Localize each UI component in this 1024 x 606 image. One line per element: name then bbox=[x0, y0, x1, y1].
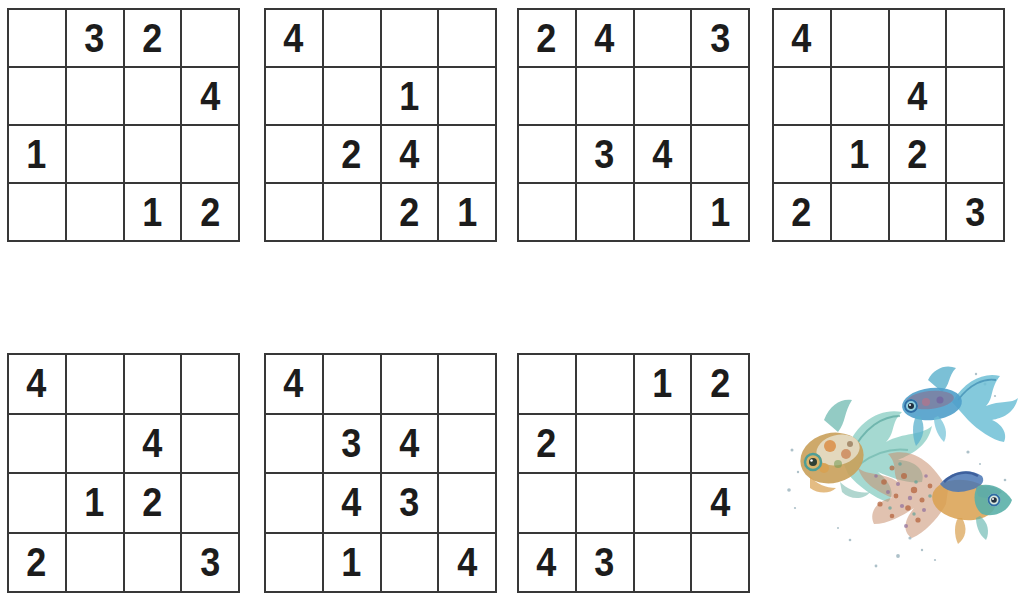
puzzle-4-cell-r1c1[interactable]: 4 bbox=[774, 10, 830, 66]
puzzle-2-cell-r1c4[interactable] bbox=[439, 10, 495, 66]
puzzle-5-cell-r4c2[interactable] bbox=[67, 534, 123, 592]
given-digit: 2 bbox=[342, 134, 362, 175]
given-digit: 4 bbox=[710, 482, 730, 523]
puzzle-7-cell-r2c1[interactable]: 2 bbox=[519, 415, 575, 473]
given-digit: 2 bbox=[200, 192, 220, 233]
puzzle-3-cell-r2c4[interactable] bbox=[692, 68, 748, 124]
puzzle-6-cell-r4c2[interactable]: 1 bbox=[324, 534, 380, 592]
puzzle-1-cell-r2c3[interactable] bbox=[125, 68, 181, 124]
puzzle-5-cell-r1c3[interactable] bbox=[125, 355, 181, 413]
puzzle-1-cell-r4c2[interactable] bbox=[67, 184, 123, 240]
given-digit: 1 bbox=[457, 192, 477, 233]
given-digit: 2 bbox=[142, 18, 162, 59]
puzzle-2-cell-r2c3[interactable]: 1 bbox=[382, 68, 438, 124]
given-digit: 1 bbox=[85, 482, 105, 523]
puzzle-3-cell-r2c2[interactable] bbox=[577, 68, 633, 124]
puzzle-5-cell-r1c2[interactable] bbox=[67, 355, 123, 413]
puzzle-4-cell-r1c3[interactable] bbox=[890, 10, 946, 66]
given-digit: 1 bbox=[399, 76, 419, 117]
given-digit: 2 bbox=[537, 18, 557, 59]
puzzle-6-cell-r2c2[interactable]: 3 bbox=[324, 415, 380, 473]
puzzle-2-cell-r2c1[interactable] bbox=[266, 68, 322, 124]
given-digit: 4 bbox=[907, 76, 927, 117]
puzzle-7-cell-r2c3[interactable] bbox=[635, 415, 691, 473]
puzzle-4-cell-r2c4[interactable] bbox=[947, 68, 1003, 124]
puzzle-3-cell-r3c3[interactable]: 4 bbox=[635, 126, 691, 182]
given-digit: 2 bbox=[907, 134, 927, 175]
given-digit: 2 bbox=[792, 192, 812, 233]
puzzle-2-cell-r4c3[interactable]: 2 bbox=[382, 184, 438, 240]
puzzle-7-cell-r3c4[interactable]: 4 bbox=[692, 474, 748, 532]
puzzle-5-cell-r4c1[interactable]: 2 bbox=[9, 534, 65, 592]
puzzle-5-cell-r2c2[interactable] bbox=[67, 415, 123, 473]
puzzle-4-cell-r4c2[interactable] bbox=[832, 184, 888, 240]
puzzle-3-cell-r1c4[interactable]: 3 bbox=[692, 10, 748, 66]
puzzle-4-cell-r2c2[interactable] bbox=[832, 68, 888, 124]
given-digit: 4 bbox=[284, 363, 304, 404]
sudoku-grid-3: 243341 bbox=[517, 8, 750, 242]
puzzle-3-cell-r3c4[interactable] bbox=[692, 126, 748, 182]
puzzle-5-cell-r1c4[interactable] bbox=[182, 355, 238, 413]
puzzle-3-cell-r1c2[interactable]: 4 bbox=[577, 10, 633, 66]
puzzle-5-cell-r4c3[interactable] bbox=[125, 534, 181, 592]
puzzle-6-cell-r1c4[interactable] bbox=[439, 355, 495, 413]
puzzle-5-cell-r3c2[interactable]: 1 bbox=[67, 474, 123, 532]
given-digit: 1 bbox=[342, 542, 362, 583]
puzzle-5-cell-r2c3[interactable]: 4 bbox=[125, 415, 181, 473]
given-digit: 2 bbox=[142, 482, 162, 523]
puzzle-1-cell-r2c2[interactable] bbox=[67, 68, 123, 124]
given-digit: 2 bbox=[537, 423, 557, 464]
puzzle-3-cell-r4c4[interactable]: 1 bbox=[692, 184, 748, 240]
puzzle-1-cell-r1c2[interactable]: 3 bbox=[67, 10, 123, 66]
puzzle-2-cell-r1c2[interactable] bbox=[324, 10, 380, 66]
given-digit: 3 bbox=[595, 542, 615, 583]
puzzle-5-cell-r3c3[interactable]: 2 bbox=[125, 474, 181, 532]
puzzle-4-cell-r1c2[interactable] bbox=[832, 10, 888, 66]
puzzle-6-cell-r4c4[interactable]: 4 bbox=[439, 534, 495, 592]
puzzle-2-cell-r2c2[interactable] bbox=[324, 68, 380, 124]
puzzle-6-cell-r1c2[interactable] bbox=[324, 355, 380, 413]
puzzle-5-cell-r4c4[interactable]: 3 bbox=[182, 534, 238, 592]
sudoku-grid-7: 122443 bbox=[517, 353, 750, 593]
puzzle-6-cell-r3c1[interactable] bbox=[266, 474, 322, 532]
puzzle-1-cell-r3c4[interactable] bbox=[182, 126, 238, 182]
given-digit: 4 bbox=[284, 18, 304, 59]
given-digit: 1 bbox=[142, 192, 162, 233]
sudoku-grid-5: 441223 bbox=[7, 353, 240, 593]
puzzle-4-cell-r3c1[interactable] bbox=[774, 126, 830, 182]
puzzle-1-cell-r3c2[interactable] bbox=[67, 126, 123, 182]
puzzle-6-cell-r2c1[interactable] bbox=[266, 415, 322, 473]
puzzle-3-cell-r4c1[interactable] bbox=[519, 184, 575, 240]
puzzle-6-cell-r3c3[interactable]: 3 bbox=[382, 474, 438, 532]
given-digit: 4 bbox=[342, 482, 362, 523]
puzzle-1-cell-r2c1[interactable] bbox=[9, 68, 65, 124]
sudoku-grid-2: 412421 bbox=[264, 8, 497, 242]
puzzle-7-cell-r4c4[interactable] bbox=[692, 534, 748, 592]
puzzle-7-cell-r4c3[interactable] bbox=[635, 534, 691, 592]
puzzle-6-cell-r2c4[interactable] bbox=[439, 415, 495, 473]
puzzle-4-cell-r4c3[interactable] bbox=[890, 184, 946, 240]
given-digit: 4 bbox=[399, 423, 419, 464]
fish-illustration bbox=[780, 360, 1020, 594]
puzzle-2-cell-r3c3[interactable]: 4 bbox=[382, 126, 438, 182]
puzzle-7-cell-r4c2[interactable]: 3 bbox=[577, 534, 633, 592]
puzzle-6-cell-r2c3[interactable]: 4 bbox=[382, 415, 438, 473]
puzzle-4-cell-r4c4[interactable]: 3 bbox=[947, 184, 1003, 240]
puzzle-4-cell-r3c3[interactable]: 2 bbox=[890, 126, 946, 182]
puzzle-1-cell-r1c1[interactable] bbox=[9, 10, 65, 66]
sudoku-grid-6: 4344314 bbox=[264, 353, 497, 593]
puzzle-1-cell-r4c1[interactable] bbox=[9, 184, 65, 240]
puzzle-1-cell-r3c1[interactable]: 1 bbox=[9, 126, 65, 182]
puzzle-3-cell-r2c1[interactable] bbox=[519, 68, 575, 124]
puzzle-5-cell-r1c1[interactable]: 4 bbox=[9, 355, 65, 413]
given-digit: 2 bbox=[399, 192, 419, 233]
puzzle-2-cell-r1c1[interactable]: 4 bbox=[266, 10, 322, 66]
sudoku-grid-4: 441223 bbox=[772, 8, 1005, 242]
puzzle-3-cell-r2c3[interactable] bbox=[635, 68, 691, 124]
puzzle-2-cell-r3c4[interactable] bbox=[439, 126, 495, 182]
puzzle-5-cell-r3c1[interactable] bbox=[9, 474, 65, 532]
puzzle-1-cell-r1c3[interactable]: 2 bbox=[125, 10, 181, 66]
given-digit: 3 bbox=[342, 423, 362, 464]
puzzle-4-cell-r3c2[interactable]: 1 bbox=[832, 126, 888, 182]
puzzle-2-cell-r4c2[interactable] bbox=[324, 184, 380, 240]
puzzle-2-cell-r4c1[interactable] bbox=[266, 184, 322, 240]
puzzle-3-cell-r1c1[interactable]: 2 bbox=[519, 10, 575, 66]
puzzle-3-cell-r4c2[interactable] bbox=[577, 184, 633, 240]
given-digit: 3 bbox=[85, 18, 105, 59]
puzzle-7-cell-r1c1[interactable] bbox=[519, 355, 575, 413]
puzzle-3-cell-r3c1[interactable] bbox=[519, 126, 575, 182]
given-digit: 2 bbox=[710, 363, 730, 404]
puzzle-6-cell-r3c4[interactable] bbox=[439, 474, 495, 532]
puzzle-7-cell-r3c1[interactable] bbox=[519, 474, 575, 532]
puzzle-6-cell-r3c2[interactable]: 4 bbox=[324, 474, 380, 532]
puzzle-5-cell-r2c4[interactable] bbox=[182, 415, 238, 473]
given-digit: 3 bbox=[399, 482, 419, 523]
puzzle-7-cell-r4c1[interactable]: 4 bbox=[519, 534, 575, 592]
given-digit: 1 bbox=[710, 192, 730, 233]
puzzle-4-cell-r4c1[interactable]: 2 bbox=[774, 184, 830, 240]
puzzle-2-cell-r3c1[interactable] bbox=[266, 126, 322, 182]
puzzle-1-cell-r4c3[interactable]: 1 bbox=[125, 184, 181, 240]
puzzle-4-cell-r1c4[interactable] bbox=[947, 10, 1003, 66]
puzzle-7-cell-r1c2[interactable] bbox=[577, 355, 633, 413]
given-digit: 4 bbox=[399, 134, 419, 175]
puzzle-7-cell-r3c2[interactable] bbox=[577, 474, 633, 532]
given-digit: 4 bbox=[652, 134, 672, 175]
puzzle-6-cell-r4c1[interactable] bbox=[266, 534, 322, 592]
puzzle-1-cell-r1c4[interactable] bbox=[182, 10, 238, 66]
given-digit: 3 bbox=[595, 134, 615, 175]
given-digit: 3 bbox=[710, 18, 730, 59]
puzzle-7-cell-r2c2[interactable] bbox=[577, 415, 633, 473]
given-digit: 1 bbox=[652, 363, 672, 404]
given-digit: 4 bbox=[200, 76, 220, 117]
given-digit: 1 bbox=[850, 134, 870, 175]
puzzle-2-cell-r2c4[interactable] bbox=[439, 68, 495, 124]
puzzle-3-cell-r3c2[interactable]: 3 bbox=[577, 126, 633, 182]
puzzle-3-cell-r4c3[interactable] bbox=[635, 184, 691, 240]
given-digit: 3 bbox=[200, 542, 220, 583]
puzzle-6-cell-r1c3[interactable] bbox=[382, 355, 438, 413]
given-digit: 3 bbox=[965, 192, 985, 233]
puzzle-3-cell-r1c3[interactable] bbox=[635, 10, 691, 66]
puzzle-5-cell-r3c4[interactable] bbox=[182, 474, 238, 532]
puzzle-2-cell-r3c2[interactable]: 2 bbox=[324, 126, 380, 182]
given-digit: 4 bbox=[142, 423, 162, 464]
puzzle-7-cell-r2c4[interactable] bbox=[692, 415, 748, 473]
given-digit: 1 bbox=[27, 134, 47, 175]
puzzle-6-cell-r4c3[interactable] bbox=[382, 534, 438, 592]
given-digit: 4 bbox=[537, 542, 557, 583]
sudoku-grid-1: 324112 bbox=[7, 8, 240, 242]
given-digit: 4 bbox=[27, 363, 47, 404]
blue-fish-top-icon bbox=[900, 367, 1018, 447]
puzzle-7-cell-r1c3[interactable]: 1 bbox=[635, 355, 691, 413]
given-digit: 4 bbox=[595, 18, 615, 59]
given-digit: 4 bbox=[457, 542, 477, 583]
given-digit: 4 bbox=[792, 18, 812, 59]
puzzle-7-cell-r1c4[interactable]: 2 bbox=[692, 355, 748, 413]
puzzle-6-cell-r1c1[interactable]: 4 bbox=[266, 355, 322, 413]
puzzle-2-cell-r4c4[interactable]: 1 bbox=[439, 184, 495, 240]
puzzle-1-cell-r2c4[interactable]: 4 bbox=[182, 68, 238, 124]
puzzle-4-cell-r2c3[interactable]: 4 bbox=[890, 68, 946, 124]
puzzle-1-cell-r4c4[interactable]: 2 bbox=[182, 184, 238, 240]
puzzle-4-cell-r2c1[interactable] bbox=[774, 68, 830, 124]
puzzle-7-cell-r3c3[interactable] bbox=[635, 474, 691, 532]
puzzle-4-cell-r3c4[interactable] bbox=[947, 126, 1003, 182]
puzzle-1-cell-r3c3[interactable] bbox=[125, 126, 181, 182]
puzzle-2-cell-r1c3[interactable] bbox=[382, 10, 438, 66]
given-digit: 2 bbox=[27, 542, 47, 583]
puzzle-5-cell-r2c1[interactable] bbox=[9, 415, 65, 473]
